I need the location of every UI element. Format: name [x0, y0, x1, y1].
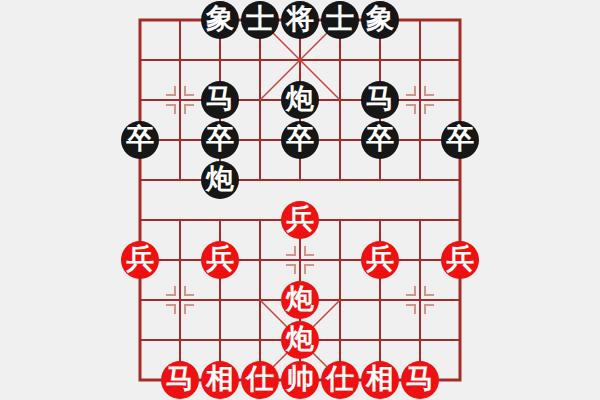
black-horse[interactable]: 马	[201, 81, 239, 119]
red-horse[interactable]: 马	[161, 361, 199, 399]
board-grid[interactable]: 象士将士象马炮马卒卒卒卒卒炮兵兵兵兵兵炮炮马相仕帅仕相马	[120, 0, 480, 400]
board-point: 相	[200, 360, 240, 400]
red-general[interactable]: 帅	[281, 361, 319, 399]
board-point: 士	[240, 0, 280, 40]
black-general[interactable]: 将	[281, 1, 319, 39]
red-soldier[interactable]: 兵	[121, 241, 159, 279]
board-point: 卒	[360, 120, 400, 160]
xiangqi-board: 象士将士象马炮马卒卒卒卒卒炮兵兵兵兵兵炮炮马相仕帅仕相马	[0, 0, 600, 400]
board-point: 将	[280, 0, 320, 40]
red-elephant[interactable]: 相	[201, 361, 239, 399]
black-soldier[interactable]: 卒	[281, 121, 319, 159]
board-point: 兵	[120, 240, 160, 280]
board-point: 卒	[200, 120, 240, 160]
red-soldier[interactable]: 兵	[441, 241, 479, 279]
board-point: 卒	[440, 120, 480, 160]
black-elephant[interactable]: 象	[201, 1, 239, 39]
red-horse[interactable]: 马	[401, 361, 439, 399]
red-elephant[interactable]: 相	[361, 361, 399, 399]
board-point: 相	[360, 360, 400, 400]
black-elephant[interactable]: 象	[361, 1, 399, 39]
board-point: 炮	[200, 160, 240, 200]
black-soldier[interactable]: 卒	[361, 121, 399, 159]
board-point: 兵	[200, 240, 240, 280]
board-point: 帅	[280, 360, 320, 400]
black-cannon[interactable]: 炮	[281, 81, 319, 119]
board-point: 兵	[280, 200, 320, 240]
red-soldier[interactable]: 兵	[281, 201, 319, 239]
black-soldier[interactable]: 卒	[121, 121, 159, 159]
board-point: 马	[160, 360, 200, 400]
board-point: 士	[320, 0, 360, 40]
black-soldier[interactable]: 卒	[441, 121, 479, 159]
board-point: 炮	[280, 80, 320, 120]
board-point: 卒	[120, 120, 160, 160]
black-soldier[interactable]: 卒	[201, 121, 239, 159]
red-advisor[interactable]: 仕	[241, 361, 279, 399]
board-point: 马	[360, 80, 400, 120]
board-point: 卒	[280, 120, 320, 160]
red-cannon[interactable]: 炮	[281, 321, 319, 359]
board-point: 象	[200, 0, 240, 40]
red-advisor[interactable]: 仕	[321, 361, 359, 399]
black-horse[interactable]: 马	[361, 81, 399, 119]
red-soldier[interactable]: 兵	[201, 241, 239, 279]
board-point: 仕	[240, 360, 280, 400]
black-advisor[interactable]: 士	[321, 1, 359, 39]
board-point: 象	[360, 0, 400, 40]
red-soldier[interactable]: 兵	[361, 241, 399, 279]
board-point: 马	[200, 80, 240, 120]
board-point: 仕	[320, 360, 360, 400]
board-point: 炮	[280, 280, 320, 320]
board-point: 兵	[440, 240, 480, 280]
black-advisor[interactable]: 士	[241, 1, 279, 39]
black-cannon[interactable]: 炮	[201, 161, 239, 199]
board-point: 兵	[360, 240, 400, 280]
red-cannon[interactable]: 炮	[281, 281, 319, 319]
board-point: 炮	[280, 320, 320, 360]
board-point: 马	[400, 360, 440, 400]
